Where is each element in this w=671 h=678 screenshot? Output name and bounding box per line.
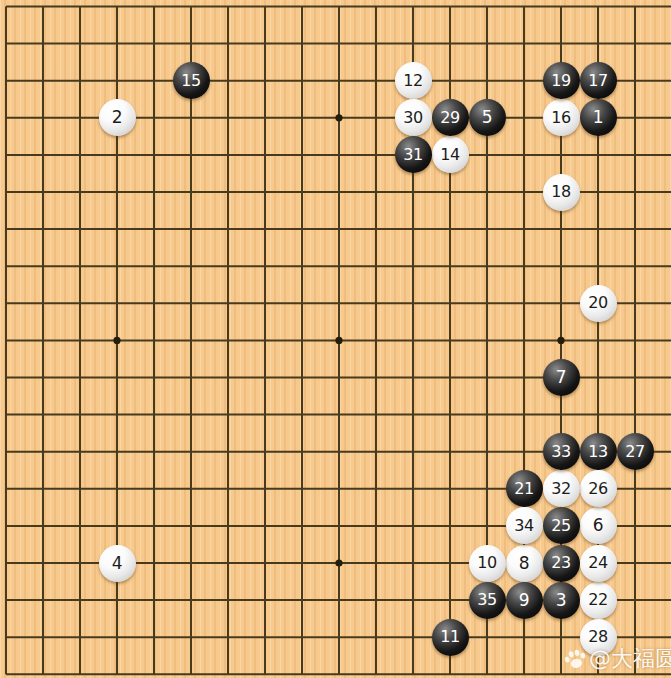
- stone-white-2: 2: [99, 99, 136, 136]
- stone-black-19: 19: [543, 62, 580, 99]
- stone-number: 15: [181, 72, 200, 88]
- stone-number: 21: [514, 480, 533, 496]
- stone-number: 6: [593, 517, 603, 534]
- stone-number: 31: [403, 146, 422, 162]
- stone-white-10: 10: [469, 545, 506, 582]
- stone-number: 4: [112, 554, 122, 571]
- stone-white-12: 12: [395, 62, 432, 99]
- stone-number: 20: [588, 295, 607, 311]
- stone-black-7: 7: [543, 359, 580, 396]
- stone-number: 23: [551, 555, 570, 571]
- stone-black-15: 15: [173, 62, 210, 99]
- stone-black-5: 5: [469, 99, 506, 136]
- stone-black-11: 11: [432, 619, 469, 656]
- stone-black-25: 25: [543, 507, 580, 544]
- stone-black-21: 21: [506, 470, 543, 507]
- stone-white-32: 32: [543, 470, 580, 507]
- stone-number: 3: [556, 591, 566, 608]
- stone-number: 26: [588, 480, 607, 496]
- stone-number: 32: [551, 480, 570, 496]
- stone-black-13: 13: [580, 433, 617, 470]
- stone-number: 27: [625, 443, 644, 459]
- stone-black-1: 1: [580, 99, 617, 136]
- stone-number: 24: [588, 555, 607, 571]
- stone-number: 12: [403, 72, 422, 88]
- stone-black-29: 29: [432, 99, 469, 136]
- stone-white-4: 4: [99, 545, 136, 582]
- stone-number: 34: [514, 517, 533, 533]
- stone-black-3: 3: [543, 582, 580, 619]
- stone-number: 35: [477, 592, 496, 608]
- paw-icon: [562, 646, 589, 672]
- stone-number: 7: [556, 369, 566, 386]
- stone-number: 2: [112, 109, 122, 126]
- stone-black-17: 17: [580, 62, 617, 99]
- stone-white-34: 34: [506, 507, 543, 544]
- stone-white-6: 6: [580, 507, 617, 544]
- watermark: @大福圆: [564, 644, 671, 674]
- stone-black-27: 27: [617, 433, 654, 470]
- stone-number: 33: [551, 443, 570, 459]
- stone-number: 18: [551, 184, 570, 200]
- stone-number: 5: [482, 109, 492, 126]
- stone-number: 28: [588, 629, 607, 645]
- go-board-diagram: 1234567891011121314151617181920212223242…: [0, 0, 671, 678]
- stone-number: 1: [593, 109, 603, 126]
- stone-white-22: 22: [580, 582, 617, 619]
- stone-number: 22: [588, 592, 607, 608]
- stone-number: 9: [519, 591, 529, 608]
- stone-black-9: 9: [506, 582, 543, 619]
- watermark-text: @大福圆: [589, 644, 671, 674]
- stone-number: 14: [440, 146, 459, 162]
- stone-number: 13: [588, 443, 607, 459]
- stone-number: 10: [477, 555, 496, 571]
- stone-number: 25: [551, 517, 570, 533]
- stone-white-14: 14: [432, 136, 469, 173]
- stone-black-33: 33: [543, 433, 580, 470]
- stone-white-16: 16: [543, 99, 580, 136]
- stone-white-24: 24: [580, 545, 617, 582]
- stone-number: 8: [519, 554, 529, 571]
- stone-black-31: 31: [395, 136, 432, 173]
- stone-number: 16: [551, 109, 570, 125]
- stone-number: 11: [440, 629, 459, 645]
- stone-black-23: 23: [543, 545, 580, 582]
- stone-white-8: 8: [506, 545, 543, 582]
- stone-white-30: 30: [395, 99, 432, 136]
- stone-number: 29: [440, 109, 459, 125]
- stone-number: 17: [588, 72, 607, 88]
- stone-number: 30: [403, 109, 422, 125]
- stone-white-18: 18: [543, 174, 580, 211]
- stone-white-26: 26: [580, 470, 617, 507]
- stone-black-35: 35: [469, 582, 506, 619]
- stone-white-20: 20: [580, 285, 617, 322]
- stone-number: 19: [551, 72, 570, 88]
